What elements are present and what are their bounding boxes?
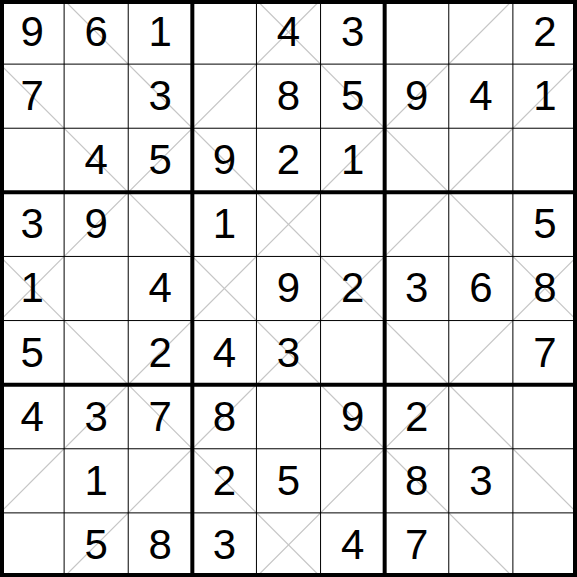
cell-r3c2-given: 4 [64, 128, 128, 192]
cell-r7c4-given: 8 [192, 385, 256, 449]
cell-r3c4-given: 9 [192, 128, 256, 192]
cell-r1c5-given: 4 [256, 0, 320, 64]
cell-r8c1-empty[interactable] [0, 449, 64, 513]
cell-r8c2-given: 1 [64, 449, 128, 513]
cell-r9c8-empty[interactable] [449, 513, 513, 577]
cell-r9c9-empty[interactable] [513, 513, 577, 577]
cell-r1c3-given: 1 [128, 0, 192, 64]
cell-r3c5-given: 2 [256, 128, 320, 192]
cell-r7c6-given: 9 [321, 385, 385, 449]
cell-r3c6-given: 1 [321, 128, 385, 192]
cell-r1c2-given: 6 [64, 0, 128, 64]
cell-r8c4-given: 2 [192, 449, 256, 513]
cell-r7c1-given: 4 [0, 385, 64, 449]
cell-r2c4-empty[interactable] [192, 64, 256, 128]
cell-r1c1-given: 9 [0, 0, 64, 64]
cell-r5c8-given: 6 [449, 256, 513, 320]
cell-r3c9-empty[interactable] [513, 128, 577, 192]
cell-r4c5-empty[interactable] [256, 192, 320, 256]
cell-r6c9-given: 7 [513, 321, 577, 385]
cell-r1c4-empty[interactable] [192, 0, 256, 64]
cell-r4c7-empty[interactable] [385, 192, 449, 256]
cell-r3c3-given: 5 [128, 128, 192, 192]
cell-r4c8-empty[interactable] [449, 192, 513, 256]
cell-r9c3-given: 8 [128, 513, 192, 577]
cell-r2c3-given: 3 [128, 64, 192, 128]
cell-r7c8-empty[interactable] [449, 385, 513, 449]
cell-r2c1-given: 7 [0, 64, 64, 128]
cell-r6c4-given: 4 [192, 321, 256, 385]
cell-r5c3-given: 4 [128, 256, 192, 320]
cells-grid: 9614327385941459213915149236852437437892… [0, 0, 577, 577]
cell-r4c6-empty[interactable] [321, 192, 385, 256]
cell-r2c8-given: 4 [449, 64, 513, 128]
cell-r3c7-empty[interactable] [385, 128, 449, 192]
cell-r8c9-empty[interactable] [513, 449, 577, 513]
cell-r1c7-empty[interactable] [385, 0, 449, 64]
cell-r2c7-given: 9 [385, 64, 449, 128]
cell-r6c2-empty[interactable] [64, 321, 128, 385]
cell-r6c3-given: 2 [128, 321, 192, 385]
cell-r5c2-empty[interactable] [64, 256, 128, 320]
sudoku-board: 9614327385941459213915149236852437437892… [0, 0, 577, 577]
cell-r8c7-given: 8 [385, 449, 449, 513]
cell-r9c4-given: 3 [192, 513, 256, 577]
cell-r9c7-given: 7 [385, 513, 449, 577]
cell-r2c2-empty[interactable] [64, 64, 128, 128]
cell-r7c3-given: 7 [128, 385, 192, 449]
cell-r5c4-empty[interactable] [192, 256, 256, 320]
cell-r4c3-empty[interactable] [128, 192, 192, 256]
cell-r3c1-empty[interactable] [0, 128, 64, 192]
cell-r5c6-given: 2 [321, 256, 385, 320]
cell-r2c5-given: 8 [256, 64, 320, 128]
cell-r1c8-empty[interactable] [449, 0, 513, 64]
cell-r5c1-given: 1 [0, 256, 64, 320]
cell-r1c6-given: 3 [321, 0, 385, 64]
cell-r9c5-empty[interactable] [256, 513, 320, 577]
cell-r4c9-given: 5 [513, 192, 577, 256]
cell-r7c7-given: 2 [385, 385, 449, 449]
cell-r2c6-given: 5 [321, 64, 385, 128]
cell-r9c1-empty[interactable] [0, 513, 64, 577]
cell-r8c5-given: 5 [256, 449, 320, 513]
cell-r8c3-empty[interactable] [128, 449, 192, 513]
cell-r5c5-given: 9 [256, 256, 320, 320]
cell-r9c6-given: 4 [321, 513, 385, 577]
cell-r6c7-empty[interactable] [385, 321, 449, 385]
cell-r6c5-given: 3 [256, 321, 320, 385]
cell-r6c8-empty[interactable] [449, 321, 513, 385]
cell-r6c6-empty[interactable] [321, 321, 385, 385]
cell-r4c4-given: 1 [192, 192, 256, 256]
cell-r7c5-empty[interactable] [256, 385, 320, 449]
cell-r8c8-given: 3 [449, 449, 513, 513]
cell-r8c6-empty[interactable] [321, 449, 385, 513]
cell-r1c9-given: 2 [513, 0, 577, 64]
cell-r2c9-given: 1 [513, 64, 577, 128]
cell-r4c2-given: 9 [64, 192, 128, 256]
cell-r7c9-empty[interactable] [513, 385, 577, 449]
cell-r5c7-given: 3 [385, 256, 449, 320]
cell-r6c1-given: 5 [0, 321, 64, 385]
cell-r7c2-given: 3 [64, 385, 128, 449]
cell-r9c2-given: 5 [64, 513, 128, 577]
cell-r5c9-given: 8 [513, 256, 577, 320]
cell-r4c1-given: 3 [0, 192, 64, 256]
cell-r3c8-empty[interactable] [449, 128, 513, 192]
